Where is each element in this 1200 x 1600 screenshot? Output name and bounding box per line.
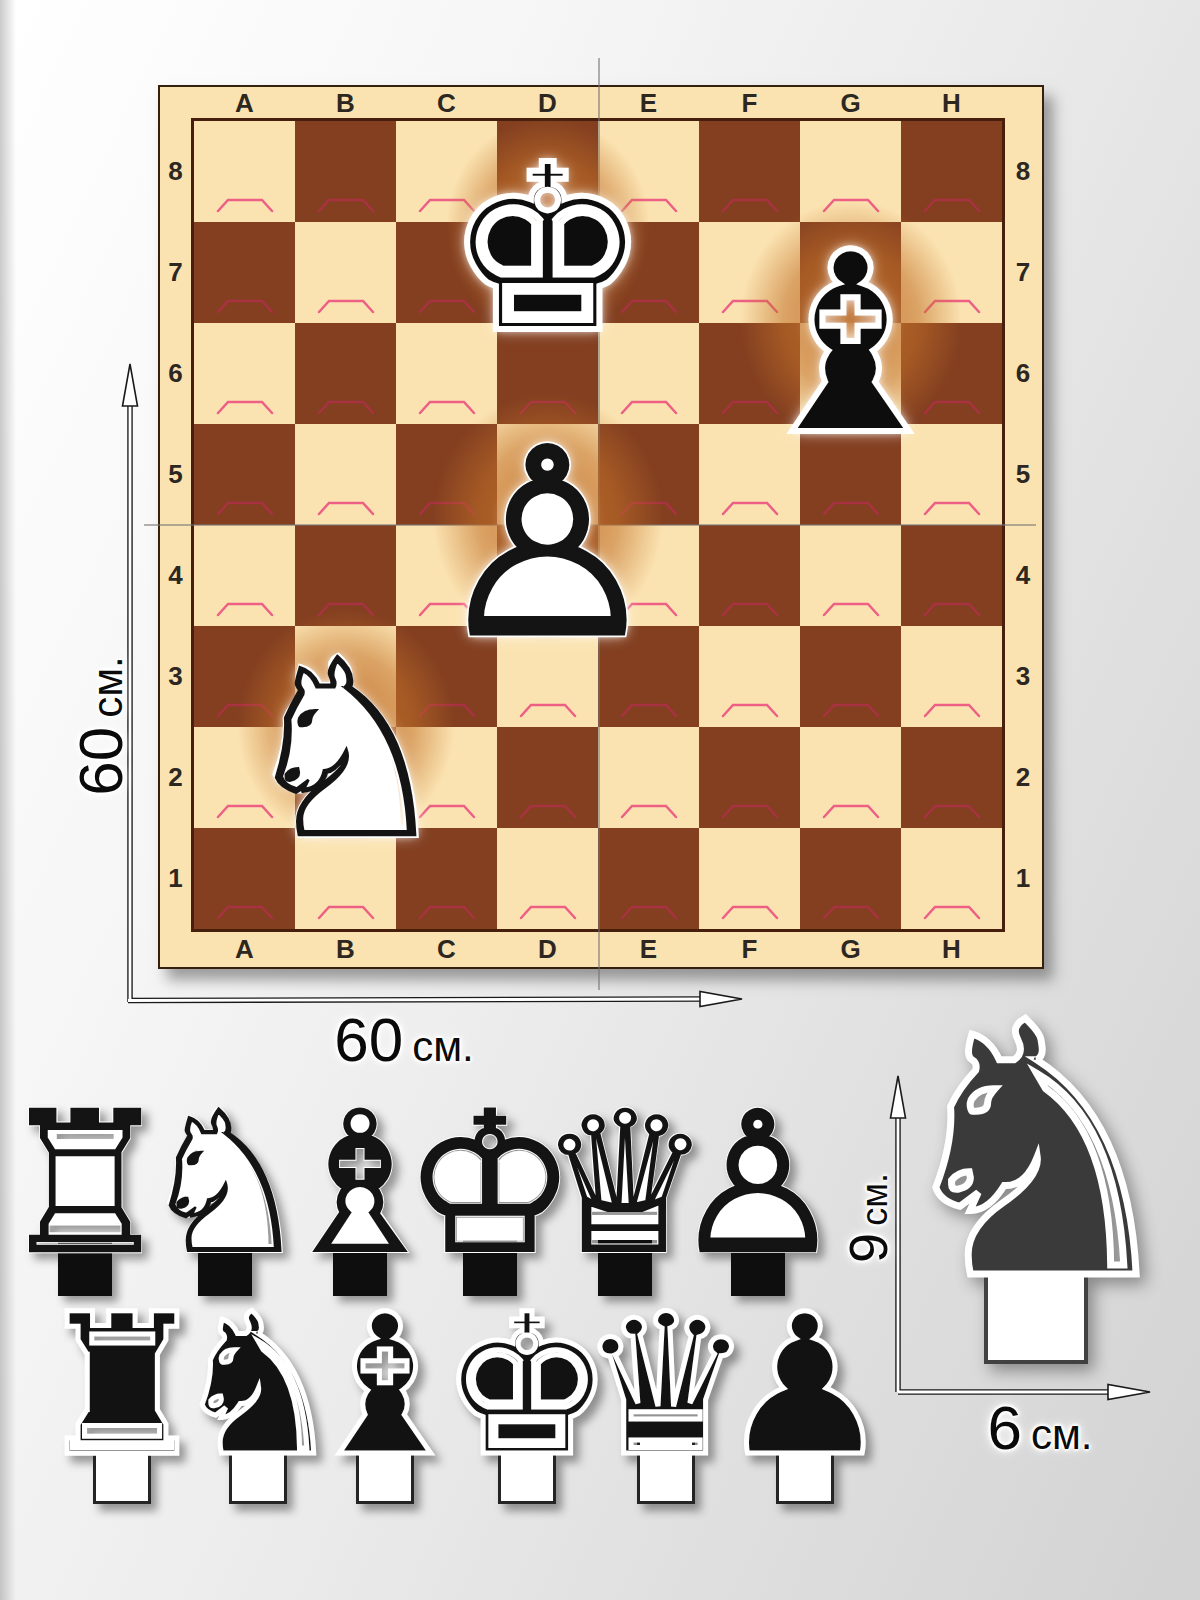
featured-knight-cutout: ♞ [861, 978, 1200, 1372]
square-a6 [194, 323, 295, 424]
hanging-hook-icon [620, 804, 678, 823]
file-label-bottom-c: C [396, 934, 497, 965]
black-bishop: ♝ [726, 220, 976, 470]
board-width-label: 60см. [334, 1004, 474, 1075]
rank-label-right-4: 4 [1008, 525, 1038, 626]
rank-label-left-5: 5 [160, 424, 191, 525]
square-a5 [194, 424, 295, 525]
file-label-bottom-e: E [598, 934, 699, 965]
rank-label-right-3: 3 [1008, 626, 1038, 727]
hanging-hook-icon [822, 804, 880, 823]
square-a7 [194, 222, 295, 323]
rank-label-left-6: 6 [160, 323, 191, 424]
rank-label-left-2: 2 [160, 727, 191, 828]
hanging-hook-icon [822, 501, 880, 520]
file-label-bottom-d: D [497, 934, 598, 965]
arrowhead-right-icon [1108, 1385, 1150, 1400]
rank-label-right-6: 6 [1008, 323, 1038, 424]
hanging-hook-icon [317, 299, 375, 318]
hanging-hook-icon [317, 501, 375, 520]
square-h3 [901, 626, 1002, 727]
square-g2 [800, 727, 901, 828]
hanging-hook-icon [620, 905, 678, 924]
square-f1 [699, 828, 800, 929]
square-h1 [901, 828, 1002, 929]
square-h2 [901, 727, 1002, 828]
hanging-hook-icon [216, 501, 274, 520]
hanging-hook-icon [923, 501, 981, 520]
file-label-bottom-b: B [295, 934, 396, 965]
piece-width-label: 6см. [987, 1392, 1092, 1463]
rank-label-right-8: 8 [1008, 121, 1038, 222]
square-h4 [901, 525, 1002, 626]
hanging-hook-icon [418, 905, 476, 924]
hanging-hook-icon [317, 198, 375, 217]
square-b8 [295, 121, 396, 222]
hanging-hook-icon [721, 804, 779, 823]
hanging-hook-icon [822, 602, 880, 621]
file-label-bottom-a: A [194, 934, 295, 965]
hanging-hook-icon [519, 905, 577, 924]
rank-label-left-7: 7 [160, 222, 191, 323]
hanging-hook-icon [923, 905, 981, 924]
rank-label-left-3: 3 [160, 626, 191, 727]
square-f4 [699, 525, 800, 626]
square-f2 [699, 727, 800, 828]
square-g3 [800, 626, 901, 727]
hanging-hook-icon [923, 804, 981, 823]
board-height-label: 60см. [65, 656, 136, 796]
hanging-hook-icon [822, 905, 880, 924]
hanging-hook-icon [822, 703, 880, 722]
hanging-hook-icon [721, 602, 779, 621]
file-label-top-g: G [800, 88, 901, 119]
rank-label-left-1: 1 [160, 828, 191, 929]
hanging-hook-icon [317, 905, 375, 924]
square-g1 [800, 828, 901, 929]
square-f3 [699, 626, 800, 727]
square-e2 [598, 727, 699, 828]
background-shade [0, 0, 16, 1600]
rank-label-left-8: 8 [160, 121, 191, 222]
file-label-top-b: B [295, 88, 396, 119]
square-e1 [598, 828, 699, 929]
hanging-hook-icon [317, 400, 375, 419]
rank-label-left-4: 4 [160, 525, 191, 626]
hanging-hook-icon [216, 299, 274, 318]
black-king: ♚ [433, 135, 663, 365]
square-d2 [497, 727, 598, 828]
file-label-top-f: F [699, 88, 800, 119]
file-label-top-a: A [194, 88, 295, 119]
hanging-hook-icon [519, 804, 577, 823]
hanging-hook-icon [519, 703, 577, 722]
hanging-hook-icon [216, 400, 274, 419]
hanging-hook-icon [721, 703, 779, 722]
file-label-bottom-f: F [699, 934, 800, 965]
square-a8 [194, 121, 295, 222]
square-b5 [295, 424, 396, 525]
arrowhead-right-icon [700, 992, 742, 1007]
rank-label-right-7: 7 [1008, 222, 1038, 323]
knight-icon: ♞ [861, 978, 1200, 1328]
rank-label-right-2: 2 [1008, 727, 1038, 828]
hanging-hook-icon [721, 501, 779, 520]
square-d1 [497, 828, 598, 929]
hanging-hook-icon [923, 602, 981, 621]
rank-label-right-1: 1 [1008, 828, 1038, 929]
white-knight: ♞♘ [223, 628, 468, 873]
product-image: AABBCCDDEEFFGGHH8877665544332211 ♚♝♟♙♞♘ … [0, 0, 1200, 1600]
hanging-hook-icon [216, 198, 274, 217]
file-label-top-h: H [901, 88, 1002, 119]
hanging-hook-icon [923, 703, 981, 722]
square-b6 [295, 323, 396, 424]
square-b7 [295, 222, 396, 323]
rank-label-right-5: 5 [1008, 424, 1038, 525]
hanging-hook-icon [620, 703, 678, 722]
arrowhead-up-icon [123, 364, 138, 406]
square-g4 [800, 525, 901, 626]
hanging-hook-icon [216, 905, 274, 924]
hanging-hook-icon [721, 905, 779, 924]
